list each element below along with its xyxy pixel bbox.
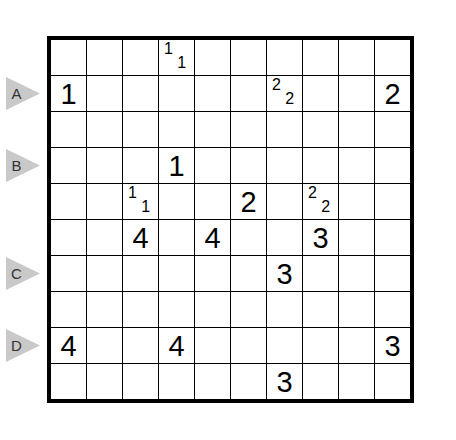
cell[interactable] [303, 292, 338, 327]
cell[interactable] [339, 292, 374, 327]
cell[interactable] [195, 328, 230, 363]
cell[interactable] [339, 76, 374, 111]
cell[interactable] [87, 328, 122, 363]
cell[interactable] [303, 148, 338, 183]
row-marker-label: D [6, 329, 27, 362]
cell[interactable] [195, 76, 230, 111]
cell[interactable] [159, 112, 194, 147]
cell[interactable]: 22 [303, 184, 338, 219]
cell[interactable] [195, 148, 230, 183]
cell[interactable] [267, 184, 302, 219]
cell[interactable] [375, 220, 410, 255]
cell[interactable]: 4 [159, 328, 194, 363]
cell[interactable] [195, 40, 230, 75]
cell[interactable] [123, 40, 158, 75]
clue-value-top-left: 1 [128, 185, 137, 201]
row-marker-label: B [6, 149, 27, 182]
cell[interactable] [87, 220, 122, 255]
cell[interactable] [231, 40, 266, 75]
cell[interactable] [231, 364, 266, 399]
cell[interactable] [51, 112, 86, 147]
cell[interactable] [339, 112, 374, 147]
cell[interactable] [195, 184, 230, 219]
cell[interactable] [303, 328, 338, 363]
row-marker-B: B [6, 149, 40, 182]
cell[interactable]: 4 [51, 328, 86, 363]
cell[interactable] [51, 148, 86, 183]
cell[interactable]: 4 [123, 220, 158, 255]
cell[interactable] [123, 112, 158, 147]
cell[interactable]: 1 [159, 148, 194, 183]
cell[interactable] [303, 112, 338, 147]
clue-value-top-left: 2 [272, 77, 281, 93]
clue-value: 3 [384, 331, 400, 361]
clue-value-bottom-right: 1 [141, 199, 150, 215]
puzzle-page: 11122211122244334433 ABCD [0, 0, 456, 440]
cell[interactable] [51, 256, 86, 291]
cell[interactable] [51, 220, 86, 255]
clue-value: 4 [132, 223, 148, 253]
cell[interactable] [231, 292, 266, 327]
cell[interactable] [339, 40, 374, 75]
clue-value-top-left: 2 [308, 185, 317, 201]
row-marker-D: D [6, 329, 40, 362]
clue-value: 1 [168, 151, 184, 181]
cell[interactable] [267, 328, 302, 363]
cell[interactable]: 3 [303, 220, 338, 255]
cell[interactable]: 2 [231, 184, 266, 219]
cell[interactable] [375, 364, 410, 399]
cell[interactable]: 1 [51, 76, 86, 111]
cell[interactable]: 3 [375, 328, 410, 363]
cell[interactable] [87, 184, 122, 219]
cell[interactable] [375, 292, 410, 327]
tapa-grid: 11122211122244334433 [47, 36, 414, 403]
cell[interactable] [231, 148, 266, 183]
cell[interactable] [87, 364, 122, 399]
cell[interactable]: 2 [375, 76, 410, 111]
cell[interactable]: 3 [267, 256, 302, 291]
cell[interactable] [231, 328, 266, 363]
cell[interactable] [339, 256, 374, 291]
cell[interactable] [123, 76, 158, 111]
cell[interactable] [87, 112, 122, 147]
row-marker-label: A [6, 77, 27, 110]
clue-value: 2 [384, 79, 400, 109]
cell[interactable] [123, 364, 158, 399]
cell[interactable] [267, 40, 302, 75]
clue-value: 2 [240, 187, 256, 217]
clue-value: 1 [60, 79, 76, 109]
cell[interactable] [339, 220, 374, 255]
cell[interactable] [51, 40, 86, 75]
cell[interactable] [375, 256, 410, 291]
cell[interactable] [87, 256, 122, 291]
cell[interactable] [231, 112, 266, 147]
cell[interactable] [303, 364, 338, 399]
cell[interactable] [195, 292, 230, 327]
row-marker-C: C [6, 257, 40, 290]
cell[interactable]: 22 [267, 76, 302, 111]
cell[interactable] [195, 364, 230, 399]
cell[interactable]: 4 [195, 220, 230, 255]
cell[interactable] [159, 256, 194, 291]
cell[interactable] [87, 148, 122, 183]
clue-value-bottom-right: 2 [321, 199, 330, 215]
cell[interactable] [339, 328, 374, 363]
cell[interactable] [159, 76, 194, 111]
cell[interactable] [303, 256, 338, 291]
cell[interactable] [159, 292, 194, 327]
clue-value-top-left: 1 [164, 41, 173, 57]
cell[interactable] [303, 40, 338, 75]
row-marker-A: A [6, 77, 40, 110]
cell[interactable] [51, 292, 86, 327]
cell[interactable] [267, 220, 302, 255]
clue-value: 4 [204, 223, 220, 253]
cell[interactable] [375, 184, 410, 219]
cell[interactable] [159, 220, 194, 255]
cell[interactable] [51, 184, 86, 219]
cell[interactable] [123, 292, 158, 327]
cell[interactable] [267, 148, 302, 183]
cell[interactable] [123, 328, 158, 363]
cell[interactable]: 3 [267, 364, 302, 399]
cell[interactable] [195, 256, 230, 291]
cell[interactable] [195, 112, 230, 147]
cell[interactable] [87, 40, 122, 75]
clue-value: 3 [312, 223, 328, 253]
cell[interactable] [123, 148, 158, 183]
cell[interactable] [375, 112, 410, 147]
clue-value: 4 [168, 331, 184, 361]
cell[interactable] [87, 76, 122, 111]
clue-value: 3 [276, 259, 292, 289]
clue-value-bottom-right: 2 [285, 91, 294, 107]
clue-value: 4 [60, 331, 76, 361]
cell[interactable] [339, 148, 374, 183]
cell[interactable] [375, 148, 410, 183]
cell[interactable] [339, 184, 374, 219]
cell[interactable] [51, 364, 86, 399]
cell[interactable] [231, 256, 266, 291]
cell[interactable] [375, 40, 410, 75]
cell[interactable] [303, 76, 338, 111]
clue-value: 3 [276, 367, 292, 397]
cell[interactable] [339, 364, 374, 399]
cell[interactable] [267, 112, 302, 147]
cell[interactable] [123, 256, 158, 291]
cell[interactable] [159, 364, 194, 399]
cell[interactable] [87, 292, 122, 327]
row-marker-label: C [6, 257, 27, 290]
cell[interactable] [231, 220, 266, 255]
clue-value-bottom-right: 1 [177, 55, 186, 71]
cell[interactable]: 11 [123, 184, 158, 219]
cell[interactable] [159, 184, 194, 219]
cell[interactable] [267, 292, 302, 327]
cell[interactable]: 11 [159, 40, 194, 75]
cell[interactable] [231, 76, 266, 111]
